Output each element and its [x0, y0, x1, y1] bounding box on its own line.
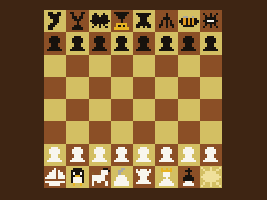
- piece-bking[interactable]: [136, 13, 151, 28]
- piece-sailboat[interactable]: [45, 168, 65, 186]
- piece-bpawn[interactable]: [159, 36, 174, 51]
- piece-bee[interactable]: [179, 16, 199, 27]
- square-b8[interactable]: [66, 10, 88, 32]
- square-d6[interactable]: [111, 55, 133, 77]
- square-a7[interactable]: [44, 32, 66, 54]
- piece-wpawn[interactable]: [70, 147, 85, 162]
- square-c7[interactable]: [89, 32, 111, 54]
- piece-bpawn[interactable]: [70, 36, 85, 51]
- square-g5[interactable]: [178, 77, 200, 99]
- square-c8[interactable]: [89, 10, 111, 32]
- square-h3[interactable]: [200, 121, 222, 143]
- piece-boot[interactable]: [46, 12, 64, 30]
- piece-ninja[interactable]: [203, 13, 218, 28]
- square-d3[interactable]: [111, 121, 133, 143]
- piece-beetle[interactable]: [90, 13, 110, 28]
- square-a6[interactable]: [44, 55, 66, 77]
- piece-penguin[interactable]: [71, 168, 84, 186]
- square-b1[interactable]: [66, 166, 88, 188]
- piece-sun[interactable]: [201, 167, 221, 187]
- chess-board: [44, 10, 222, 188]
- piece-bpawn[interactable]: [181, 36, 196, 51]
- square-g3[interactable]: [178, 121, 200, 143]
- square-e8[interactable]: [133, 10, 155, 32]
- square-d2[interactable]: [111, 144, 133, 166]
- square-d1[interactable]: [111, 166, 133, 188]
- square-d5[interactable]: [111, 77, 133, 99]
- piece-slingshot[interactable]: [70, 12, 85, 30]
- piece-wpawn[interactable]: [203, 147, 218, 162]
- piece-wpawn[interactable]: [47, 147, 62, 162]
- square-g6[interactable]: [178, 55, 200, 77]
- square-a4[interactable]: [44, 99, 66, 121]
- square-d4[interactable]: [111, 99, 133, 121]
- square-f5[interactable]: [155, 77, 177, 99]
- piece-wpawn[interactable]: [92, 147, 107, 162]
- piece-lamp[interactable]: [114, 12, 129, 30]
- square-e2[interactable]: [133, 144, 155, 166]
- square-d8[interactable]: [111, 10, 133, 32]
- square-a2[interactable]: [44, 144, 66, 166]
- square-b7[interactable]: [66, 32, 88, 54]
- piece-wpawn[interactable]: [114, 147, 129, 162]
- piece-trident[interactable]: [159, 13, 174, 28]
- square-a1[interactable]: [44, 166, 66, 188]
- square-h5[interactable]: [200, 77, 222, 99]
- square-h2[interactable]: [200, 144, 222, 166]
- square-g8[interactable]: [178, 10, 200, 32]
- square-b3[interactable]: [66, 121, 88, 143]
- square-e4[interactable]: [133, 99, 155, 121]
- square-h8[interactable]: [200, 10, 222, 32]
- square-f7[interactable]: [155, 32, 177, 54]
- piece-bpawn[interactable]: [114, 36, 129, 51]
- square-c1[interactable]: [89, 166, 111, 188]
- square-f4[interactable]: [155, 99, 177, 121]
- piece-priest[interactable]: [181, 168, 196, 186]
- piece-wpawn[interactable]: [136, 147, 151, 162]
- square-e7[interactable]: [133, 32, 155, 54]
- square-b4[interactable]: [66, 99, 88, 121]
- piece-wking[interactable]: [136, 169, 151, 184]
- piece-wpawn[interactable]: [159, 147, 174, 162]
- square-e3[interactable]: [133, 121, 155, 143]
- square-c4[interactable]: [89, 99, 111, 121]
- square-f6[interactable]: [155, 55, 177, 77]
- square-c6[interactable]: [89, 55, 111, 77]
- square-g4[interactable]: [178, 99, 200, 121]
- square-c5[interactable]: [89, 77, 111, 99]
- square-h4[interactable]: [200, 99, 222, 121]
- square-a3[interactable]: [44, 121, 66, 143]
- square-b2[interactable]: [66, 144, 88, 166]
- square-f2[interactable]: [155, 144, 177, 166]
- square-h7[interactable]: [200, 32, 222, 54]
- piece-bpawn[interactable]: [203, 36, 218, 51]
- square-e5[interactable]: [133, 77, 155, 99]
- square-c3[interactable]: [89, 121, 111, 143]
- chess-screen: [0, 0, 267, 200]
- piece-horse[interactable]: [90, 168, 110, 186]
- square-b6[interactable]: [66, 55, 88, 77]
- square-a8[interactable]: [44, 10, 66, 32]
- square-b5[interactable]: [66, 77, 88, 99]
- square-e1[interactable]: [133, 166, 155, 188]
- square-h1[interactable]: [200, 166, 222, 188]
- piece-bpawn[interactable]: [136, 36, 151, 51]
- square-d7[interactable]: [111, 32, 133, 54]
- square-g2[interactable]: [178, 144, 200, 166]
- piece-bpawn[interactable]: [92, 36, 107, 51]
- square-f3[interactable]: [155, 121, 177, 143]
- piece-volcano[interactable]: [114, 168, 129, 186]
- square-e6[interactable]: [133, 55, 155, 77]
- square-g7[interactable]: [178, 32, 200, 54]
- square-a5[interactable]: [44, 77, 66, 99]
- piece-bpawn[interactable]: [47, 36, 62, 51]
- square-g1[interactable]: [178, 166, 200, 188]
- piece-wpawn[interactable]: [181, 147, 196, 162]
- square-f8[interactable]: [155, 10, 177, 32]
- square-f1[interactable]: [155, 166, 177, 188]
- square-h6[interactable]: [200, 55, 222, 77]
- square-c2[interactable]: [89, 144, 111, 166]
- piece-crowned[interactable]: [159, 168, 174, 186]
